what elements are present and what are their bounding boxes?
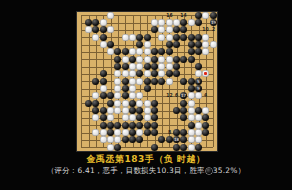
go-stone-black [180,100,187,107]
go-stone-black [151,122,158,129]
go-stone-black [158,78,165,85]
captured-move-label: 12 [166,92,173,99]
go-stone-black [136,107,143,114]
go-stone-white [92,114,99,121]
go-stone-black [129,129,136,136]
go-stone-black [195,12,202,19]
go-stone-black [188,41,195,48]
go-stone-black [188,122,195,129]
go-stone-black [151,144,158,151]
go-stone-black [180,144,187,151]
go-stone-white [85,26,92,33]
go-stone-black [180,114,187,121]
go-stone-white [129,114,136,121]
go-stone-black [180,19,187,26]
analysis-text-prefix: （评分：6.41，恶手，目数损失10.3目，胜率 [47,166,205,175]
go-stone-black [114,63,121,70]
go-stone-white [144,70,151,77]
go-stone-black [107,41,114,48]
go-stone-black [166,70,173,77]
go-stone-black [166,48,173,55]
go-stone-black [129,56,136,63]
go-stone-black [100,34,107,41]
go-stone-black [173,70,180,77]
go-stone-black [136,114,143,121]
go-stone-white [166,19,173,26]
go-stone-white [92,34,99,41]
go-stone-white [195,136,202,143]
go-stone-white [195,114,202,121]
go-stone-white [166,63,173,70]
go-stone-black [85,100,92,107]
go-stone-white [129,48,136,55]
go-stone-black [92,78,99,85]
go-stone-black [151,26,158,33]
go-stone-black [100,26,107,33]
go-stone-white [166,34,173,41]
go-stone-black [180,136,187,143]
go-stone-white [136,48,143,55]
go-stone-black [122,85,129,92]
go-stone-black [129,107,136,114]
go-stone-white [151,19,158,26]
go-stone-black [180,107,187,114]
go-stone-white [122,114,129,121]
go-stone-white [100,85,107,92]
go-stone-black [136,41,143,48]
captured-move-label: 10 [202,26,209,33]
go-stone-black [100,70,107,77]
go-stone-white [188,144,195,151]
go-stone-white [158,56,165,63]
go-stone-black [151,48,158,55]
go-stone-black [114,48,121,55]
go-stone-black [107,129,114,136]
go-stone-black [180,129,187,136]
go-stone-white [100,136,107,143]
go-stone-black [114,56,121,63]
go-stone-white [173,19,180,26]
go-stone-white [122,56,129,63]
go-stone-black [92,107,99,114]
go-stone-white [166,26,173,33]
go-stone-black [173,144,180,151]
go-stone-white [114,78,121,85]
go-stone-white [158,34,165,41]
move-analysis: （评分：6.41，恶手，目数损失10.3目，胜率35.2%） [0,166,292,176]
go-stone-white [166,56,173,63]
go-stone-white [107,26,114,33]
captured-move-label: 6 [173,92,180,99]
go-stone-white [114,85,121,92]
go-stone-white [114,100,121,107]
go-stone-white [188,136,195,143]
go-stone-white [92,129,99,136]
go-stone-black [180,26,187,33]
go-stone-black [210,12,217,19]
go-stone-black [100,122,107,129]
go-stone-black [92,26,99,33]
go-stone-black [195,34,202,41]
go-stone-white [158,26,165,33]
go-stone-black [202,122,209,129]
go-stone-white [144,114,151,121]
go-stone-white [122,34,129,41]
go-stone-black [180,78,187,85]
move-number-label: 5 [195,78,202,85]
go-board[interactable]: 19591718161410212648 [77,12,217,151]
go-stone-white [202,48,209,55]
move-number-label: 17 [180,92,187,99]
go-stone-white [188,107,195,114]
go-stone-black [202,129,209,136]
go-stone-white [144,56,151,63]
go-stone-black [195,144,202,151]
go-stone-white [188,129,195,136]
captured-move-label: 16 [166,12,173,19]
go-stone-white [202,107,209,114]
go-stone-black [92,19,99,26]
go-stone-black [122,92,129,99]
go-stone-white [158,19,165,26]
go-stone-white [114,129,121,136]
go-stone-white [136,129,143,136]
go-stone-black [107,122,114,129]
go-stone-black [166,136,173,143]
go-stone-black [151,114,158,121]
go-stone-black [180,34,187,41]
app-frame: 19591718161410212648 金禹丞第183手（负 时越） （评分：… [0,0,292,190]
go-stone-white [122,100,129,107]
go-stone-white [107,144,114,151]
go-stone-black [129,122,136,129]
go-stone-black [122,136,129,143]
go-stone-white [144,48,151,55]
go-stone-white [202,41,209,48]
go-stone-white [129,85,136,92]
go-stone-white [100,41,107,48]
go-stone-white [166,78,173,85]
go-stone-black [151,100,158,107]
go-stone-white [107,107,114,114]
go-stone-black [195,107,202,114]
go-stone-black [180,56,187,63]
go-stone-white [122,70,129,77]
go-stone-white [100,129,107,136]
go-stone-black [129,100,136,107]
go-stone-white [129,92,136,99]
go-stone-black [114,122,121,129]
go-stone-white [114,92,121,99]
go-stone-black [151,129,158,136]
go-stone-black [92,100,99,107]
go-stone-white [195,122,202,129]
go-stone-black [188,85,195,92]
go-stone-white [188,100,195,107]
go-stone-white [210,41,217,48]
go-stone-white [129,63,136,70]
go-stone-white [144,100,151,107]
go-stone-white [188,92,195,99]
go-stone-white [136,56,143,63]
go-stone-black [173,41,180,48]
move-title: 金禹丞第183手（负 时越） [0,153,292,166]
go-stone-black [195,48,202,55]
go-stone-black [122,48,129,55]
go-stone-black [114,144,121,151]
go-stone-black [166,41,173,48]
go-stone-black [100,78,107,85]
go-stone-black [122,78,129,85]
captured-move-label: 4 [202,92,209,99]
go-stone-white [129,70,136,77]
go-stone-black [136,70,143,77]
go-stone-white [144,107,151,114]
go-stone-black [188,78,195,85]
go-stone-black [136,34,143,41]
go-stone-black [188,48,195,55]
captured-move-label: 8 [166,129,173,136]
go-stone-black [144,129,151,136]
go-stone-white [158,70,165,77]
go-stone-black [173,63,180,70]
go-stone-white [114,70,121,77]
go-stone-white [107,114,114,121]
go-stone-black [144,85,151,92]
go-stone-white [188,19,195,26]
go-stone-white [92,92,99,99]
go-stone-white [144,41,151,48]
go-stone-white [114,136,121,143]
go-stone-black [151,63,158,70]
go-stone-white [202,12,209,19]
go-stone-white [129,34,136,41]
go-stone-white [188,114,195,121]
go-stone-black [151,56,158,63]
go-stone-black [100,114,107,121]
go-stone-black [122,63,129,70]
go-stone-white [107,12,114,19]
go-stone-black [122,122,129,129]
go-stone-black [173,107,180,114]
go-stone-white [136,78,143,85]
go-stone-black [144,63,151,70]
go-stone-white [107,136,114,143]
go-stone-black [107,92,114,99]
go-stone-black [100,92,107,99]
go-stone-black [129,136,136,143]
go-stone-black [151,78,158,85]
go-stone-black [136,136,143,143]
go-stone-white [107,48,114,55]
black-stone-icon [206,168,212,174]
go-stone-black [173,56,180,63]
go-stone-black [195,63,202,70]
go-stone-black [144,122,151,129]
go-stone-white [202,34,209,41]
go-stone-black [136,122,143,129]
go-stone-black [188,34,195,41]
go-stone-black [144,34,151,41]
grid-line [213,15,214,147]
captured-move-label: 14 [180,12,187,19]
captured-move-label: 2 [210,26,217,33]
go-stone-white [158,63,165,70]
go-stone-black [107,100,114,107]
go-stone-white [129,78,136,85]
analysis-text-suffix: 35.2%） [213,166,246,175]
go-stone-white [114,107,121,114]
go-stone-black [195,41,202,48]
go-stone-black [151,70,158,77]
go-stone-white [136,63,143,70]
move-number-label: 18 [173,136,180,143]
go-stone-white [136,92,143,99]
go-stone-white [195,129,202,136]
go-stone-black [173,26,180,33]
go-stone-black [173,34,180,41]
go-stone-black [100,107,107,114]
go-stone-white [195,70,202,77]
go-stone-black [85,19,92,26]
go-stone-black [151,107,158,114]
go-stone-black [188,56,195,63]
go-stone-black [202,114,209,121]
go-stone-black [144,78,151,85]
go-stone-white [122,107,129,114]
go-stone-black [158,48,165,55]
go-stone-white [100,19,107,26]
go-stone-white [136,100,143,107]
go-stone-white [122,129,129,136]
go-stone-black [158,136,165,143]
